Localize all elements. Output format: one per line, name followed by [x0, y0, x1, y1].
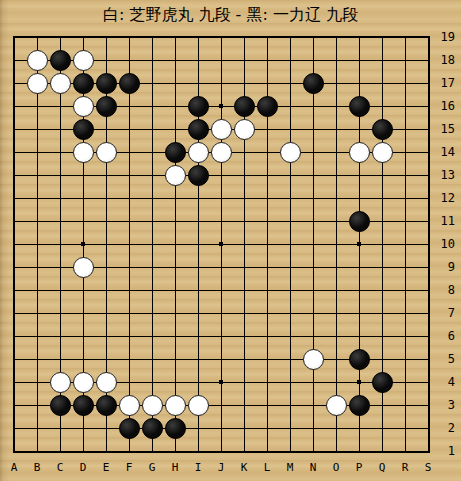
row-label-12: 12	[432, 191, 455, 205]
stone-white-D14	[73, 142, 94, 163]
stone-white-J15	[211, 119, 232, 140]
stone-black-E3	[96, 395, 117, 416]
row-label-16: 16	[432, 99, 455, 113]
column-label-N: N	[302, 462, 325, 474]
stone-black-E16	[96, 96, 117, 117]
star-point-J4	[219, 380, 223, 384]
stone-black-F2	[119, 418, 140, 439]
column-label-H: H	[164, 462, 187, 474]
row-label-3: 3	[432, 398, 455, 412]
stone-black-Q4	[372, 372, 393, 393]
stone-white-E4	[96, 372, 117, 393]
game-title: 白: 芝野虎丸 九段 - 黑: 一力辽 九段	[0, 5, 461, 25]
star-point-P4	[357, 380, 361, 384]
row-label-8: 8	[432, 283, 455, 297]
column-label-R: R	[394, 462, 417, 474]
stone-white-J14	[211, 142, 232, 163]
row-label-10: 10	[432, 237, 455, 251]
stone-black-D3	[73, 395, 94, 416]
stone-black-E17	[96, 73, 117, 94]
stone-white-P14	[349, 142, 370, 163]
stone-white-K15	[234, 119, 255, 140]
column-label-E: E	[95, 462, 118, 474]
stone-black-K16	[234, 96, 255, 117]
stone-black-L16	[257, 96, 278, 117]
stone-black-C3	[50, 395, 71, 416]
stone-white-D4	[73, 372, 94, 393]
stone-white-G3	[142, 395, 163, 416]
row-label-6: 6	[432, 329, 455, 343]
stone-white-B17	[27, 73, 48, 94]
row-label-18: 18	[432, 53, 455, 67]
stone-black-P5	[349, 349, 370, 370]
stone-white-Q14	[372, 142, 393, 163]
stone-black-Q15	[372, 119, 393, 140]
column-label-I: I	[187, 462, 210, 474]
stone-white-D18	[73, 50, 94, 71]
column-label-Q: Q	[371, 462, 394, 474]
row-label-9: 9	[432, 260, 455, 274]
row-label-2: 2	[432, 421, 455, 435]
stone-white-I14	[188, 142, 209, 163]
star-point-D10	[81, 242, 85, 246]
go-board: 白: 芝野虎丸 九段 - 黑: 一力辽 九段 ABCDEFGHIJKLMNOPQ…	[0, 0, 461, 481]
stone-white-B18	[27, 50, 48, 71]
stone-black-D17	[73, 73, 94, 94]
column-label-J: J	[210, 462, 233, 474]
row-label-14: 14	[432, 145, 455, 159]
stone-black-I13	[188, 165, 209, 186]
column-label-O: O	[325, 462, 348, 474]
row-label-19: 19	[432, 30, 455, 44]
column-label-P: P	[348, 462, 371, 474]
star-point-J16	[219, 104, 223, 108]
column-label-A: A	[3, 462, 26, 474]
row-label-1: 1	[432, 444, 455, 458]
star-point-P10	[357, 242, 361, 246]
column-label-L: L	[256, 462, 279, 474]
row-label-13: 13	[432, 168, 455, 182]
stone-black-G2	[142, 418, 163, 439]
column-label-B: B	[26, 462, 49, 474]
stone-black-H2	[165, 418, 186, 439]
stone-black-C18	[50, 50, 71, 71]
stone-white-D16	[73, 96, 94, 117]
stone-white-D9	[73, 257, 94, 278]
column-label-D: D	[72, 462, 95, 474]
column-label-K: K	[233, 462, 256, 474]
stone-white-C17	[50, 73, 71, 94]
stone-white-E14	[96, 142, 117, 163]
row-label-17: 17	[432, 76, 455, 90]
stone-black-I16	[188, 96, 209, 117]
stone-white-H13	[165, 165, 186, 186]
stone-white-I3	[188, 395, 209, 416]
stone-black-P3	[349, 395, 370, 416]
column-label-F: F	[118, 462, 141, 474]
stone-black-P16	[349, 96, 370, 117]
column-label-S: S	[417, 462, 440, 474]
row-label-4: 4	[432, 375, 455, 389]
stone-white-H3	[165, 395, 186, 416]
stone-white-M14	[280, 142, 301, 163]
stone-white-O3	[326, 395, 347, 416]
stone-black-N17	[303, 73, 324, 94]
stone-black-H14	[165, 142, 186, 163]
stone-black-P11	[349, 211, 370, 232]
row-label-15: 15	[432, 122, 455, 136]
star-point-J10	[219, 242, 223, 246]
stone-black-F17	[119, 73, 140, 94]
column-label-M: M	[279, 462, 302, 474]
column-label-C: C	[49, 462, 72, 474]
stone-black-D15	[73, 119, 94, 140]
row-label-11: 11	[432, 214, 455, 228]
row-label-7: 7	[432, 306, 455, 320]
column-label-G: G	[141, 462, 164, 474]
stone-white-C4	[50, 372, 71, 393]
stone-white-N5	[303, 349, 324, 370]
row-label-5: 5	[432, 352, 455, 366]
stone-black-I15	[188, 119, 209, 140]
stone-white-F3	[119, 395, 140, 416]
